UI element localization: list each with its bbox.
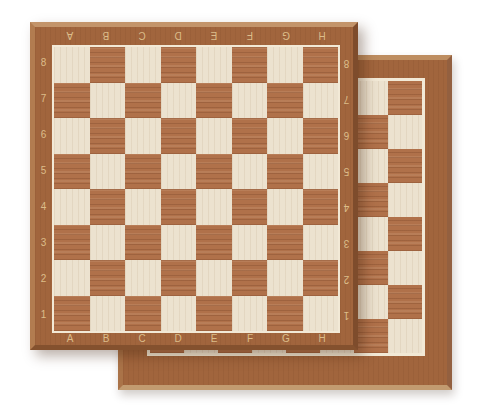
file-label-bottom-E: E: [196, 332, 232, 345]
square-d6: [161, 118, 197, 154]
square-f3: [232, 225, 268, 261]
file-label-top-F: F: [232, 27, 268, 44]
square-h4: [303, 189, 339, 225]
square-a8: [54, 47, 90, 83]
square-g6: [267, 118, 303, 154]
square-d3: [161, 225, 197, 261]
file-label-bottom-D: D: [160, 332, 196, 345]
file-label-bottom-A: A: [52, 332, 88, 345]
rank-labels-left: 87654321: [35, 45, 52, 333]
back-square-g4: [354, 217, 388, 251]
rank-label-right-6: 6: [340, 117, 353, 153]
square-a5: [54, 154, 90, 190]
square-c8: [125, 47, 161, 83]
file-label-top-D: D: [160, 27, 196, 44]
square-d4: [161, 189, 197, 225]
rank-label-left-5: 5: [35, 153, 52, 189]
square-d5: [161, 154, 197, 190]
square-h2: [303, 260, 339, 296]
square-e5: [196, 154, 232, 190]
square-f4: [232, 189, 268, 225]
back-square-h3: [388, 251, 422, 285]
square-a6: [54, 118, 90, 154]
rank-label-left-3: 3: [35, 225, 52, 261]
rank-label-right-3: 3: [340, 225, 353, 261]
square-h7: [303, 83, 339, 119]
rank-label-left-1: 1: [35, 297, 52, 333]
square-e6: [196, 118, 232, 154]
square-b8: [90, 47, 126, 83]
square-d7: [161, 83, 197, 119]
file-labels-bottom: ABCDEFGH: [52, 332, 340, 345]
square-f6: [232, 118, 268, 154]
rank-label-right-4: 4: [340, 189, 353, 225]
file-label-bottom-G: G: [268, 332, 304, 345]
square-c3: [125, 225, 161, 261]
back-square-h5: [388, 183, 422, 217]
square-a2: [54, 260, 90, 296]
square-g5: [267, 154, 303, 190]
square-b4: [90, 189, 126, 225]
rank-label-right-7: 7: [340, 81, 353, 117]
back-square-g8: [354, 81, 388, 115]
square-f7: [232, 83, 268, 119]
square-h8: [303, 47, 339, 83]
rank-label-left-2: 2: [35, 261, 52, 297]
file-label-top-E: E: [196, 27, 232, 44]
square-h3: [303, 225, 339, 261]
file-label-bottom-B: B: [88, 332, 124, 345]
square-c2: [125, 260, 161, 296]
square-h5: [303, 154, 339, 190]
square-e1: [196, 296, 232, 332]
rank-label-right-1: 1: [340, 297, 353, 333]
square-g1: [267, 296, 303, 332]
back-square-h1: [388, 319, 422, 353]
square-b5: [90, 154, 126, 190]
square-f8: [232, 47, 268, 83]
file-label-bottom-F: F: [232, 332, 268, 345]
front-playing-area: [52, 45, 340, 333]
square-g7: [267, 83, 303, 119]
square-e3: [196, 225, 232, 261]
square-d1: [161, 296, 197, 332]
back-square-h7: [388, 115, 422, 149]
file-label-top-H: H: [304, 27, 340, 44]
square-c6: [125, 118, 161, 154]
square-a4: [54, 189, 90, 225]
back-square-h6: [388, 149, 422, 183]
back-square-g3: [354, 251, 388, 285]
back-square-h8: [388, 81, 422, 115]
square-h1: [303, 296, 339, 332]
square-c5: [125, 154, 161, 190]
square-e7: [196, 83, 232, 119]
square-c4: [125, 189, 161, 225]
square-b3: [90, 225, 126, 261]
square-f1: [232, 296, 268, 332]
square-e8: [196, 47, 232, 83]
product-photo: ABCDEFGH ABCDEFGH 87654321 87654321: [0, 0, 480, 406]
file-label-top-G: G: [268, 27, 304, 44]
file-label-top-C: C: [124, 27, 160, 44]
rank-labels-right: 87654321: [340, 45, 353, 333]
square-f5: [232, 154, 268, 190]
rank-label-right-2: 2: [340, 261, 353, 297]
square-g3: [267, 225, 303, 261]
file-label-top-B: B: [88, 27, 124, 44]
back-square-g6: [354, 149, 388, 183]
square-b2: [90, 260, 126, 296]
rank-label-left-4: 4: [35, 189, 52, 225]
file-labels-top: ABCDEFGH: [52, 27, 340, 44]
square-e2: [196, 260, 232, 296]
square-a7: [54, 83, 90, 119]
back-square-g5: [354, 183, 388, 217]
back-square-h2: [388, 285, 422, 319]
square-a3: [54, 225, 90, 261]
rank-label-right-5: 5: [340, 153, 353, 189]
square-g4: [267, 189, 303, 225]
square-b1: [90, 296, 126, 332]
back-square-g2: [354, 285, 388, 319]
back-square-h4: [388, 217, 422, 251]
square-f2: [232, 260, 268, 296]
square-e4: [196, 189, 232, 225]
rank-label-left-8: 8: [35, 45, 52, 81]
square-c7: [125, 83, 161, 119]
back-square-g1: [354, 319, 388, 353]
front-board-grid: [54, 47, 338, 331]
square-c1: [125, 296, 161, 332]
file-label-bottom-C: C: [124, 332, 160, 345]
square-a1: [54, 296, 90, 332]
square-d2: [161, 260, 197, 296]
rank-label-left-7: 7: [35, 81, 52, 117]
file-label-top-A: A: [52, 27, 88, 44]
square-h6: [303, 118, 339, 154]
back-square-g7: [354, 115, 388, 149]
file-label-bottom-H: H: [304, 332, 340, 345]
square-g8: [267, 47, 303, 83]
square-g2: [267, 260, 303, 296]
square-d8: [161, 47, 197, 83]
chessboard-front: ABCDEFGH ABCDEFGH 87654321 87654321: [30, 22, 358, 350]
square-b6: [90, 118, 126, 154]
rank-label-right-8: 8: [340, 45, 353, 81]
square-b7: [90, 83, 126, 119]
rank-label-left-6: 6: [35, 117, 52, 153]
